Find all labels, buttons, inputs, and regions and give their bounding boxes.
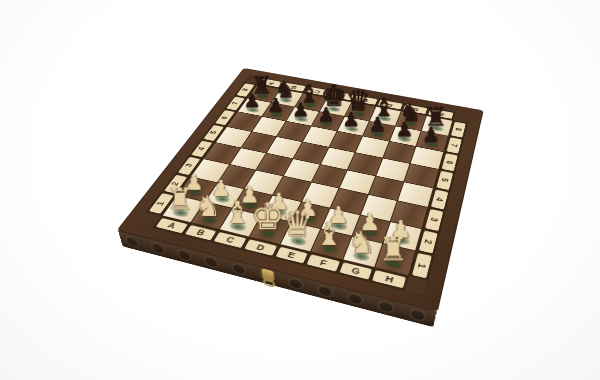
file-label-near-f: F	[307, 254, 340, 271]
light-rook-h0: ♜	[379, 233, 408, 265]
dark-pawn-g6: ♟	[395, 120, 413, 140]
dark-pawn-h6: ♟	[422, 125, 440, 145]
light-king-d0: ♚	[250, 198, 283, 235]
rank-label-right-6-text: 6	[445, 160, 455, 165]
file-label-near-h-text: H	[384, 274, 394, 284]
rank-label-right-1-text: 1	[416, 262, 428, 269]
rank-label-right-5-text: 5	[440, 178, 450, 183]
rank-label-right-8-text: 8	[454, 127, 463, 131]
file-label-near-a-text: A	[166, 221, 177, 229]
dark-pawn-b6: ♟	[268, 96, 285, 115]
file-label-far-b-text: B	[290, 85, 298, 90]
rank-label-right-2: 2	[419, 230, 438, 254]
rank-label-right-2-text: 2	[423, 239, 434, 245]
square-h6: ♟	[417, 131, 448, 152]
dark-pawn-d6: ♟	[317, 105, 334, 124]
file-label-near-e-text: E	[286, 251, 296, 260]
dark-pawn-f6: ♟	[369, 115, 387, 135]
rank-label-right-5: 5	[437, 171, 454, 190]
dark-pawn-c6: ♟	[292, 101, 309, 120]
file-label-near-b: B	[184, 225, 216, 241]
chessboard-scene: ABCDEFGH8♜♞♝♚♛♝♞♜87♟♟♟♟♟♟♟♟7665544332♟♟♟…	[176, 20, 464, 308]
light-bishop-c0: ♝	[224, 198, 251, 228]
file-label-near-e: E	[275, 247, 308, 264]
rank-label-right-1: 1	[412, 253, 432, 278]
square-h5	[411, 147, 443, 169]
file-label-near-g: G	[339, 262, 372, 280]
rank-label-right-4: 4	[431, 189, 448, 209]
file-label-near-g-text: G	[350, 266, 361, 276]
light-knight-b0: ♞	[195, 192, 221, 221]
rank-label-right-8: 8	[451, 122, 466, 138]
rank-label-right-7: 7	[446, 137, 462, 154]
dark-pawn-e6: ♟	[343, 110, 361, 130]
rank-label-right-6: 6	[442, 153, 458, 171]
rank-label-left-5-text: 5	[209, 131, 219, 135]
square-g4	[376, 158, 410, 181]
file-label-far-h-text: H	[437, 111, 444, 117]
rank-label-left-4-text: 4	[197, 146, 207, 151]
light-rook-a0: ♜	[167, 184, 193, 213]
brass-clasp	[261, 268, 274, 283]
rank-label-left-1-text: 1	[156, 201, 167, 207]
rank-label-right-3: 3	[425, 209, 443, 231]
rank-label-right-3-text: 3	[429, 217, 440, 223]
rank-label-left-7-text: 7	[231, 101, 240, 105]
light-bishop-f0: ♝	[315, 219, 343, 250]
file-label-near-a: A	[156, 218, 188, 233]
border-corner	[405, 276, 428, 295]
file-label-near-f-text: F	[319, 258, 328, 267]
light-knight-g0: ♞	[347, 227, 374, 257]
light-queen-e0: ♛	[282, 207, 314, 242]
rank-label-right-7-text: 7	[450, 143, 459, 148]
file-label-near-d-text: D	[255, 243, 266, 252]
product-photo-canvas: ABCDEFGH8♜♞♝♚♛♝♞♜87♟♟♟♟♟♟♟♟7665544332♟♟♟…	[0, 0, 600, 380]
file-label-near-b-text: B	[195, 228, 206, 237]
rank-label-right-4-text: 4	[435, 197, 445, 203]
file-label-near-c-text: C	[225, 236, 236, 245]
rank-label-left-3-text: 3	[184, 163, 194, 168]
file-label-near-c: C	[214, 232, 246, 248]
chess-box-board: ABCDEFGH8♜♞♝♚♛♝♞♜87♟♟♟♟♟♟♟♟7665544332♟♟♟…	[116, 68, 483, 312]
rank-label-left-6-text: 6	[220, 116, 229, 120]
dark-pawn-a6: ♟	[244, 92, 261, 111]
